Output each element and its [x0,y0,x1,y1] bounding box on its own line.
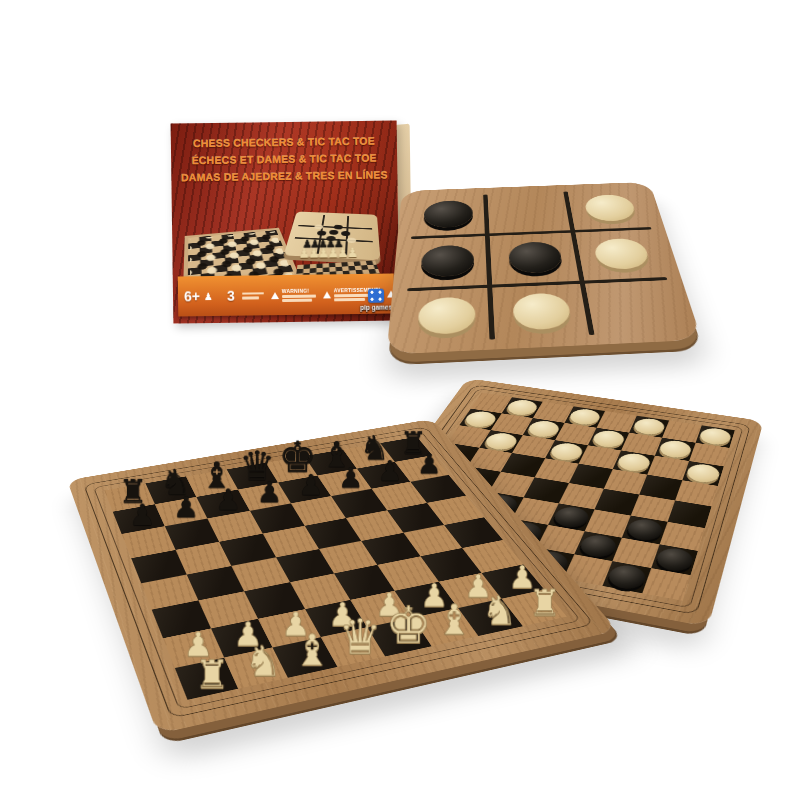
chess-piece-white-q: ♛ [339,614,382,660]
chess-piece-black-p: ♟ [215,486,241,513]
checker-disc-black [550,505,592,530]
ttt-disc-black [508,241,564,274]
box-face: CHESS CHECKERS & TIC TAC TOE ÉCHECS ET D… [171,120,400,323]
checkers-square [667,500,711,528]
ttt-cell-1-2 [574,228,672,281]
warning-icon [271,292,279,299]
ttt-disc-black [420,244,474,277]
checkers-square [559,483,604,509]
ttt-disc-cream [583,194,637,222]
chess-square-f5 [346,510,403,541]
chess-piece-black-p: ♟ [338,465,363,492]
brand-logo-dice-icon [368,289,384,303]
ttt-cell-1-1 [490,231,583,284]
product-box: CHESS CHECKERS & TIC TAC TOE ÉCHECS ET D… [171,120,400,323]
box-titles: CHESS CHECKERS & TIC TAC TOE ÉCHECS ET D… [171,132,398,186]
chess-piece-white-k: ♚ [385,601,431,650]
checkers-square [548,503,594,531]
chess-piece-black-p: ♟ [257,479,283,506]
chess-scene: ♜♞♝♛♚♝♞♜♟♟♟♟♟♟♟♟♟♟♟♟♟♟♟♟♜♞♝♛♚♝♞♜ [104,334,534,764]
chess-piece-white-n: ♞ [482,592,518,630]
age-pawn-icon: ♟ [204,291,213,302]
chess-piece-black-p: ♟ [173,494,199,522]
checkers-square [594,489,639,516]
checker-disc-black [653,546,695,574]
chess-grid: ♜♞♝♛♚♝♞♜♟♟♟♟♟♟♟♟♟♟♟♟♟♟♟♟♜♞♝♛♚♝♞♜ [104,437,568,701]
chess-piece-white-r: ♜ [528,585,561,620]
chess-piece-black-p: ♟ [417,451,442,477]
checkers-square [651,544,698,575]
checkers-square [642,568,690,601]
checkers-square [569,464,613,489]
games-count-badge: 3 [227,288,235,304]
checkers-square [675,480,718,506]
box-art-cream-pawns: ♟♟♟♟♟♟ [298,245,356,261]
ttt-disc-black [423,200,473,228]
ttt-disc-cream [593,238,652,270]
ttt-cell-1-0 [401,235,492,289]
checkers-square [574,531,621,561]
checkers-square [631,495,675,522]
chess-piece-white-b: ♝ [293,630,332,671]
ttt-cell-0-1 [488,189,574,235]
chess-piece-white-n: ♞ [244,641,282,681]
warning-icon [323,291,331,298]
checker-disc-black [605,562,649,591]
checkers-square [622,515,668,544]
product-photo-stage: CHESS CHECKERS & TIC TAC TOE ÉCHECS ET D… [0,0,800,800]
checkers-square [659,522,704,551]
checkers-square [585,509,631,537]
chess-piece-black-p: ♟ [378,458,403,484]
checker-disc-black [577,533,620,560]
ttt-cell-0-2 [566,186,657,232]
chess-piece-black-p: ♟ [298,472,323,499]
chess-piece-white-b: ♝ [436,600,474,640]
box-title-spanish: DAMAS DE AJEDREZ & TRES EN LÍNES [171,166,397,186]
checkers-square [604,469,647,494]
checker-disc-black [624,517,665,543]
games-count-label-bars [242,292,264,299]
checkers-square [602,561,651,593]
checkers-square [639,475,682,501]
warning-heading-en: WARNING! [282,288,316,293]
age-badge: 6+ [184,288,200,304]
ttt-cell-0-0 [406,192,491,238]
checkers-square [612,538,659,568]
chess-piece-white-r: ♜ [194,655,229,693]
warning-block-en: WARNING! [271,288,316,302]
chess-piece-black-p: ♟ [130,501,156,529]
